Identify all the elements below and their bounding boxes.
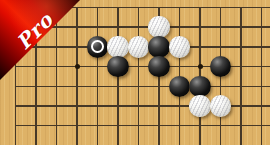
stone-white[interactable] <box>128 36 150 58</box>
stone-black[interactable] <box>169 76 191 98</box>
stone-black[interactable] <box>107 56 129 78</box>
grid-line-horizontal <box>15 66 270 68</box>
grid-line-horizontal <box>15 86 270 88</box>
grid-line-horizontal <box>15 105 270 107</box>
stone-white[interactable] <box>169 36 191 58</box>
grid-line-horizontal <box>15 125 270 127</box>
star-point <box>75 64 80 69</box>
stone-white[interactable] <box>210 95 232 117</box>
stone-black[interactable] <box>148 56 170 78</box>
go-app-screen: Pro <box>0 0 270 145</box>
stone-black[interactable] <box>189 76 211 98</box>
star-point <box>198 64 203 69</box>
stone-white[interactable] <box>148 16 170 38</box>
stone-white[interactable] <box>107 36 129 58</box>
stone-black[interactable] <box>148 36 170 58</box>
stone-white[interactable] <box>189 95 211 117</box>
circle-marker <box>91 40 104 53</box>
stone-black[interactable] <box>87 36 109 58</box>
stone-black[interactable] <box>210 56 232 78</box>
